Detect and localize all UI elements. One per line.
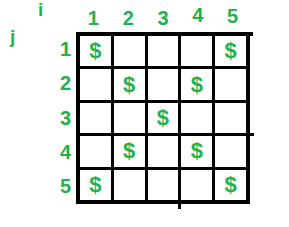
cell-j4-i3 (148, 136, 179, 166)
cell-j4-i4: $ (181, 136, 212, 166)
cell-j1-i1: $ (80, 36, 111, 66)
cell-j5-i3 (148, 170, 179, 200)
cell-j5-i2 (114, 170, 145, 200)
cell-j2-i2: $ (114, 69, 145, 99)
grid-board: $ $ $ $ $ $ $ $ $ (76, 32, 250, 204)
column-labels: 1 2 3 4 5 (76, 7, 250, 29)
cell-j3-i1 (80, 103, 111, 133)
col-label-3: 3 (146, 7, 181, 29)
row-label-5: 5 (48, 170, 74, 204)
row-label-2: 2 (48, 66, 74, 100)
cell-j1-i2 (114, 36, 145, 66)
row-labels: 1 2 3 4 5 (48, 32, 74, 204)
cell-j3-i4 (181, 103, 212, 133)
cell-j1-i5: $ (215, 36, 246, 66)
row-label-4: 4 (48, 135, 74, 169)
col-label-2: 2 (111, 7, 146, 29)
cell-j2-i4: $ (181, 69, 212, 99)
axis-label-j: j (10, 27, 15, 46)
cell-j2-i1 (80, 69, 111, 99)
cell-j4-i1 (80, 136, 111, 166)
col-label-5: 5 (215, 5, 250, 27)
cell-j2-i5 (215, 69, 246, 99)
grid-diagram: i j 1 2 3 4 5 1 2 3 4 5 $ $ $ $ $ $ $ $ (0, 0, 289, 227)
cell-j1-i3 (148, 36, 179, 66)
stray-line-right-row3-4 (250, 133, 254, 136)
col-label-1: 1 (76, 7, 111, 29)
cell-j3-i3: $ (148, 103, 179, 133)
cell-j4-i2: $ (114, 136, 145, 166)
cell-j1-i4 (181, 36, 212, 66)
row-label-1: 1 (48, 32, 74, 66)
cell-j5-i5: $ (215, 170, 246, 200)
col-label-4: 4 (180, 4, 215, 26)
stray-line-top-right (250, 32, 253, 36)
cell-j3-i5 (215, 103, 246, 133)
cell-j3-i2 (114, 103, 145, 133)
cell-j5-i4 (181, 170, 212, 200)
axis-label-i: i (38, 0, 43, 19)
row-label-3: 3 (48, 101, 74, 135)
cell-j2-i3 (148, 69, 179, 99)
cell-j5-i1: $ (80, 170, 111, 200)
stray-line-bottom-col3-4 (178, 204, 181, 209)
cell-j4-i5 (215, 136, 246, 166)
